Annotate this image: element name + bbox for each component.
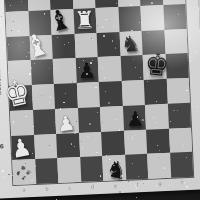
white-pawn-glyph: ♟ — [9, 136, 33, 162]
file-label-h: h — [181, 179, 184, 185]
piece-black-pawn-f3[interactable]: ♟ — [123, 105, 147, 131]
rank-label: 6 — [0, 142, 4, 149]
square-h1[interactable] — [170, 152, 194, 178]
square-h3[interactable] — [167, 103, 191, 129]
piece-white-bishop-b6[interactable]: ♝ — [28, 34, 52, 60]
piece-white-king-a4[interactable]: ♚ — [8, 85, 32, 111]
square-e3[interactable] — [100, 106, 124, 132]
piece-white-pawn-a2[interactable]: ♟ — [10, 135, 34, 161]
piece-black-bishop-c7[interactable]: ♝ — [50, 8, 74, 34]
square-h4[interactable] — [166, 78, 190, 104]
black-knight-glyph: ♞ — [104, 158, 129, 184]
square-e5[interactable] — [98, 56, 122, 82]
piece-black-pawn-d5[interactable]: ♟ — [75, 57, 99, 83]
black-pawn-glyph: ♟ — [77, 61, 97, 83]
board-frame: ♚♛♞♝ ♜♝♝♞♟♚♚♟♟♟♞ RUACHESS 6 abcdefgh — [0, 0, 200, 199]
square-e7[interactable] — [95, 7, 119, 33]
square-g2[interactable] — [146, 128, 170, 154]
square-e6[interactable] — [97, 31, 121, 57]
square-f4[interactable] — [121, 80, 145, 106]
square-b3[interactable] — [33, 109, 57, 135]
square-h7[interactable] — [163, 4, 187, 30]
white-rook-glyph: ♜ — [74, 9, 96, 33]
black-pawn-glyph: ♟ — [125, 110, 144, 130]
piece-white-pawn-c3[interactable]: ♟ — [54, 108, 78, 134]
square-f5[interactable] — [120, 55, 144, 81]
square-c5[interactable] — [53, 58, 77, 84]
chess-board-photo: ♚♛♞♝ ♜♝♝♞♟♚♚♟♟♟♞ RUACHESS 6 abcdefgh — [0, 0, 200, 200]
speck — [199, 8, 200, 9]
square-d6[interactable] — [74, 33, 98, 59]
black-king-glyph: ♚ — [143, 49, 170, 81]
square-g7[interactable] — [140, 5, 164, 31]
square-d2[interactable] — [79, 131, 103, 157]
file-label-g: g — [158, 180, 161, 186]
file-label-a: a — [22, 186, 25, 192]
square-f7[interactable] — [118, 6, 142, 32]
file-label-d: d — [91, 183, 94, 189]
square-e4[interactable] — [99, 81, 123, 107]
square-g1[interactable] — [147, 153, 171, 179]
square-b2[interactable] — [34, 133, 58, 159]
square-e2[interactable] — [101, 130, 125, 156]
piece-black-knight-e1[interactable]: ♞ — [102, 156, 126, 182]
piece-black-king-g5[interactable]: ♚ — [143, 54, 167, 80]
square-c4[interactable] — [54, 83, 78, 109]
file-label-b: b — [45, 185, 48, 191]
square-f2[interactable] — [124, 129, 148, 155]
file-label-e: e — [114, 182, 117, 188]
board-emblem: ♚♛♞♝ — [14, 162, 34, 182]
square-c1[interactable] — [57, 157, 81, 183]
piece-black-knight-f6[interactable]: ♞ — [119, 30, 143, 56]
white-pawn-glyph: ♟ — [56, 114, 76, 135]
file-label-c: c — [68, 184, 71, 190]
square-d4[interactable] — [76, 82, 100, 108]
black-knight-glyph: ♞ — [120, 34, 141, 56]
file-label-f: f — [137, 181, 139, 187]
square-b1[interactable] — [35, 158, 59, 184]
square-b4[interactable] — [31, 84, 55, 110]
square-d1[interactable] — [80, 156, 104, 182]
square-d3[interactable] — [77, 107, 101, 133]
square-h2[interactable] — [168, 127, 192, 153]
square-g3[interactable] — [145, 104, 169, 130]
piece-white-rook-d7[interactable]: ♜ — [73, 7, 97, 33]
